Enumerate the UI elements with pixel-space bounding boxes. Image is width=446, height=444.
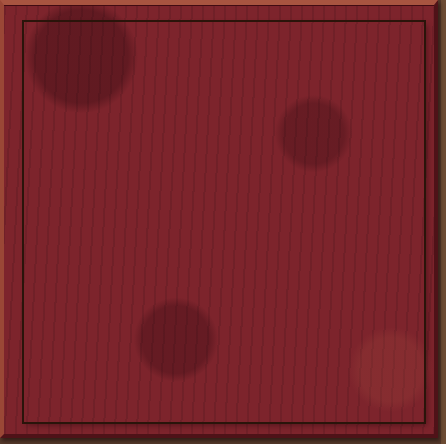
- board-frame: [0, 0, 438, 438]
- chess-app: [0, 0, 446, 444]
- board: [24, 22, 424, 422]
